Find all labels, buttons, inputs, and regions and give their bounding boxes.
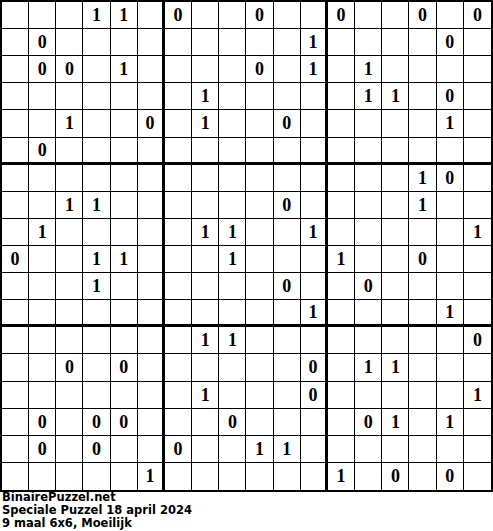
cell-r6c13-empty[interactable] [355, 165, 382, 192]
cell-r16c5-empty[interactable] [138, 436, 165, 463]
cell-r14c8-empty[interactable] [219, 382, 246, 409]
cell-r6c4-empty[interactable] [111, 165, 138, 192]
cell-r3c17-empty[interactable] [464, 83, 491, 110]
cell-r5c2-empty[interactable] [56, 138, 83, 165]
cell-r14c12-empty[interactable] [328, 382, 355, 409]
cell-r10c10-given: 0 [274, 273, 301, 300]
cell-r5c8-empty[interactable] [219, 138, 246, 165]
cell-r8c2-empty[interactable] [56, 219, 83, 246]
cell-r0c5-empty[interactable] [138, 2, 165, 29]
cell-r11c9-empty[interactable] [246, 300, 273, 327]
cell-r13c1-empty[interactable] [29, 354, 56, 381]
cell-r5c17-empty[interactable] [464, 138, 491, 165]
cell-r8c4-empty[interactable] [111, 219, 138, 246]
cell-r3c9-empty[interactable] [246, 83, 273, 110]
cell-r13c14-given: 1 [382, 354, 409, 381]
cell-r1c13-empty[interactable] [355, 29, 382, 56]
cell-r13c3-empty[interactable] [83, 354, 110, 381]
cell-r4c6-empty[interactable] [165, 110, 192, 137]
cell-r4c15-empty[interactable] [409, 110, 436, 137]
cell-r14c2-empty[interactable] [56, 382, 83, 409]
cell-r8c6-empty[interactable] [165, 219, 192, 246]
cell-r2c8-empty[interactable] [219, 56, 246, 83]
cell-r13c12-empty[interactable] [328, 354, 355, 381]
cell-r12c5-empty[interactable] [138, 327, 165, 354]
cell-r15c5-empty[interactable] [138, 409, 165, 436]
cell-r1c5-empty[interactable] [138, 29, 165, 56]
cell-r6c3-empty[interactable] [83, 165, 110, 192]
cell-r5c11-empty[interactable] [301, 138, 328, 165]
cell-r16c12-empty[interactable] [328, 436, 355, 463]
cell-r12c0-empty[interactable] [2, 327, 29, 354]
cell-r1c6-empty[interactable] [165, 29, 192, 56]
cell-r6c17-empty[interactable] [464, 165, 491, 192]
cell-r0c10-empty[interactable] [274, 2, 301, 29]
cell-r16c9-given: 1 [246, 436, 273, 463]
cell-r17c17-empty[interactable] [464, 463, 491, 490]
cell-r3c3-empty[interactable] [83, 83, 110, 110]
cell-r7c9-empty[interactable] [246, 192, 273, 219]
cell-r7c17-empty[interactable] [464, 192, 491, 219]
cell-r10c17-empty[interactable] [464, 273, 491, 300]
cell-r7c13-empty[interactable] [355, 192, 382, 219]
cell-r14c14-empty[interactable] [382, 382, 409, 409]
cell-r12c6-empty[interactable] [165, 327, 192, 354]
cell-r17c7-empty[interactable] [192, 463, 219, 490]
cell-r5c0-empty[interactable] [2, 138, 29, 165]
cell-r9c5-empty[interactable] [138, 246, 165, 273]
cell-r8c11-given: 1 [301, 219, 328, 246]
cell-r2c10-empty[interactable] [274, 56, 301, 83]
cell-r12c12-empty[interactable] [328, 327, 355, 354]
cell-r5c3-empty[interactable] [83, 138, 110, 165]
cell-r5c16-empty[interactable] [437, 138, 464, 165]
cell-r16c16-empty[interactable] [437, 436, 464, 463]
cell-r13c8-empty[interactable] [219, 354, 246, 381]
cell-r15c9-empty[interactable] [246, 409, 273, 436]
cell-r6c12-empty[interactable] [328, 165, 355, 192]
cell-r1c17-empty[interactable] [464, 29, 491, 56]
cell-r12c11-empty[interactable] [301, 327, 328, 354]
cell-r17c9-empty[interactable] [246, 463, 273, 490]
cell-r10c14-empty[interactable] [382, 273, 409, 300]
cell-r11c17-empty[interactable] [464, 300, 491, 327]
cell-r10c7-empty[interactable] [192, 273, 219, 300]
cell-r17c4-empty[interactable] [111, 463, 138, 490]
cell-r4c14-empty[interactable] [382, 110, 409, 137]
cell-r10c6-empty[interactable] [165, 273, 192, 300]
cell-r17c1-empty[interactable] [29, 463, 56, 490]
cell-r1c9-empty[interactable] [246, 29, 273, 56]
cell-r6c10-empty[interactable] [274, 165, 301, 192]
cell-r11c7-empty[interactable] [192, 300, 219, 327]
cell-r4c4-empty[interactable] [111, 110, 138, 137]
cell-r17c3-empty[interactable] [83, 463, 110, 490]
cell-r15c15-empty[interactable] [409, 409, 436, 436]
cell-r6c8-empty[interactable] [219, 165, 246, 192]
cell-r0c7-empty[interactable] [192, 2, 219, 29]
cell-r5c14-empty[interactable] [382, 138, 409, 165]
cell-r14c7-given: 1 [192, 382, 219, 409]
cell-r14c4-empty[interactable] [111, 382, 138, 409]
cell-r1c11-given: 1 [301, 29, 328, 56]
cell-r6c5-empty[interactable] [138, 165, 165, 192]
cell-r1c3-empty[interactable] [83, 29, 110, 56]
cell-r5c13-empty[interactable] [355, 138, 382, 165]
cell-r7c6-empty[interactable] [165, 192, 192, 219]
cell-r13c9-empty[interactable] [246, 354, 273, 381]
cell-r4c13-empty[interactable] [355, 110, 382, 137]
cell-r17c6-empty[interactable] [165, 463, 192, 490]
cell-r12c16-empty[interactable] [437, 327, 464, 354]
cell-r17c14-given: 0 [382, 463, 409, 490]
cell-r11c15-empty[interactable] [409, 300, 436, 327]
cell-r17c11-empty[interactable] [301, 463, 328, 490]
cell-r2c13-given: 1 [355, 56, 382, 83]
cell-r16c17-empty[interactable] [464, 436, 491, 463]
cell-r15c11-empty[interactable] [301, 409, 328, 436]
cell-r9c17-empty[interactable] [464, 246, 491, 273]
cell-r2c5-empty[interactable] [138, 56, 165, 83]
cell-r13c16-empty[interactable] [437, 354, 464, 381]
cell-r4c9-empty[interactable] [246, 110, 273, 137]
cell-r3c11-empty[interactable] [301, 83, 328, 110]
cell-r6c9-empty[interactable] [246, 165, 273, 192]
cell-r16c4-empty[interactable] [111, 436, 138, 463]
cell-r13c0-empty[interactable] [2, 354, 29, 381]
cell-r0c17-given: 0 [464, 2, 491, 29]
cell-r15c16-given: 1 [437, 409, 464, 436]
cell-r6c11-empty[interactable] [301, 165, 328, 192]
cell-r5c1-given: 0 [29, 138, 56, 165]
cell-r15c7-empty[interactable] [192, 409, 219, 436]
cell-r3c1-empty[interactable] [29, 83, 56, 110]
cell-r0c11-empty[interactable] [301, 2, 328, 29]
cell-r11c8-empty[interactable] [219, 300, 246, 327]
cell-r8c8-given: 1 [219, 219, 246, 246]
cell-r0c12-given: 0 [328, 2, 355, 29]
cell-r2c15-empty[interactable] [409, 56, 436, 83]
cell-r11c5-empty[interactable] [138, 300, 165, 327]
cell-r8c16-empty[interactable] [437, 219, 464, 246]
cell-r11c2-empty[interactable] [56, 300, 83, 327]
cell-r7c16-empty[interactable] [437, 192, 464, 219]
cell-r14c11-given: 0 [301, 382, 328, 409]
cell-r9c7-empty[interactable] [192, 246, 219, 273]
cell-r1c7-empty[interactable] [192, 29, 219, 56]
cell-r0c2-empty[interactable] [56, 2, 83, 29]
cell-r4c1-empty[interactable] [29, 110, 56, 137]
cell-r3c8-empty[interactable] [219, 83, 246, 110]
cell-r8c10-empty[interactable] [274, 219, 301, 246]
cell-r5c5-empty[interactable] [138, 138, 165, 165]
cell-r11c6-empty[interactable] [165, 300, 192, 327]
puzzle-board: 1100000010001011111010101010110111111011… [0, 0, 493, 492]
cell-r0c14-empty[interactable] [382, 2, 409, 29]
cell-r15c8-given: 0 [219, 409, 246, 436]
cell-r13c7-empty[interactable] [192, 354, 219, 381]
cell-r16c15-empty[interactable] [409, 436, 436, 463]
cell-r16c1-given: 0 [29, 436, 56, 463]
cell-r12c17-given: 0 [464, 327, 491, 354]
cell-r9c11-empty[interactable] [301, 246, 328, 273]
cell-r16c2-empty[interactable] [56, 436, 83, 463]
cell-r0c6-given: 0 [165, 2, 192, 29]
cell-r5c10-empty[interactable] [274, 138, 301, 165]
cell-r9c16-empty[interactable] [437, 246, 464, 273]
cell-r3c5-empty[interactable] [138, 83, 165, 110]
cell-r15c0-empty[interactable] [2, 409, 29, 436]
cell-r1c0-empty[interactable] [2, 29, 29, 56]
cell-r6c6-empty[interactable] [165, 165, 192, 192]
cell-r6c1-empty[interactable] [29, 165, 56, 192]
cell-r13c6-empty[interactable] [165, 354, 192, 381]
cell-r5c9-empty[interactable] [246, 138, 273, 165]
cell-r1c1-given: 0 [29, 29, 56, 56]
cell-r10c5-empty[interactable] [138, 273, 165, 300]
cell-r14c6-empty[interactable] [165, 382, 192, 409]
cell-r0c1-empty[interactable] [29, 2, 56, 29]
cell-r2c7-empty[interactable] [192, 56, 219, 83]
cell-r10c16-empty[interactable] [437, 273, 464, 300]
cell-r3c7-given: 1 [192, 83, 219, 110]
cell-r10c0-empty[interactable] [2, 273, 29, 300]
cell-r13c15-empty[interactable] [409, 354, 436, 381]
cell-r16c13-empty[interactable] [355, 436, 382, 463]
cell-r2c0-empty[interactable] [2, 56, 29, 83]
cell-r16c10-given: 1 [274, 436, 301, 463]
puzzle-page: 1100000010001011111010101010110111111011… [0, 0, 493, 531]
cell-r17c0-empty[interactable] [2, 463, 29, 490]
cell-r17c8-empty[interactable] [219, 463, 246, 490]
cell-r4c7-given: 1 [192, 110, 219, 137]
cell-r10c4-empty[interactable] [111, 273, 138, 300]
cell-r3c15-empty[interactable] [409, 83, 436, 110]
cell-r2c3-empty[interactable] [83, 56, 110, 83]
cell-r13c10-empty[interactable] [274, 354, 301, 381]
cell-r15c1-given: 0 [29, 409, 56, 436]
cell-r10c13-given: 0 [355, 273, 382, 300]
cell-r12c3-empty[interactable] [83, 327, 110, 354]
cell-r8c7-given: 1 [192, 219, 219, 246]
cell-r1c10-empty[interactable] [274, 29, 301, 56]
cell-r2c12-empty[interactable] [328, 56, 355, 83]
cell-r12c13-empty[interactable] [355, 327, 382, 354]
cell-r16c6-given: 0 [165, 436, 192, 463]
cell-r12c15-empty[interactable] [409, 327, 436, 354]
cell-r10c9-empty[interactable] [246, 273, 273, 300]
cell-r16c14-empty[interactable] [382, 436, 409, 463]
cell-r3c2-empty[interactable] [56, 83, 83, 110]
cell-r2c14-empty[interactable] [382, 56, 409, 83]
cell-r17c16-given: 0 [437, 463, 464, 490]
cell-r10c12-empty[interactable] [328, 273, 355, 300]
cell-r3c4-empty[interactable] [111, 83, 138, 110]
cell-r14c5-empty[interactable] [138, 382, 165, 409]
cell-r7c10-given: 0 [274, 192, 301, 219]
cell-r14c3-empty[interactable] [83, 382, 110, 409]
cell-r1c14-empty[interactable] [382, 29, 409, 56]
cell-r11c0-empty[interactable] [2, 300, 29, 327]
cell-r8c15-empty[interactable] [409, 219, 436, 246]
cell-r12c2-empty[interactable] [56, 327, 83, 354]
cell-r10c1-empty[interactable] [29, 273, 56, 300]
cell-r14c15-empty[interactable] [409, 382, 436, 409]
cell-r11c14-empty[interactable] [382, 300, 409, 327]
cell-r15c14-given: 1 [382, 409, 409, 436]
cell-r3c0-empty[interactable] [2, 83, 29, 110]
cell-r5c15-empty[interactable] [409, 138, 436, 165]
cell-r8c13-empty[interactable] [355, 219, 382, 246]
cell-r2c11-given: 1 [301, 56, 328, 83]
cell-r0c13-empty[interactable] [355, 2, 382, 29]
cell-r14c9-empty[interactable] [246, 382, 273, 409]
cell-r8c1-given: 1 [29, 219, 56, 246]
cell-r7c1-empty[interactable] [29, 192, 56, 219]
cell-r11c13-empty[interactable] [355, 300, 382, 327]
cell-r13c13-given: 1 [355, 354, 382, 381]
cell-r1c4-empty[interactable] [111, 29, 138, 56]
cell-r5c4-empty[interactable] [111, 138, 138, 165]
cell-r15c10-empty[interactable] [274, 409, 301, 436]
cell-r17c15-empty[interactable] [409, 463, 436, 490]
cell-r2c16-empty[interactable] [437, 56, 464, 83]
cell-r2c6-empty[interactable] [165, 56, 192, 83]
cell-r15c2-empty[interactable] [56, 409, 83, 436]
cell-r13c17-empty[interactable] [464, 354, 491, 381]
cell-r8c12-empty[interactable] [328, 219, 355, 246]
cell-r9c14-empty[interactable] [382, 246, 409, 273]
cell-r1c2-empty[interactable] [56, 29, 83, 56]
cell-r7c11-empty[interactable] [301, 192, 328, 219]
cell-r15c17-empty[interactable] [464, 409, 491, 436]
cell-r7c7-empty[interactable] [192, 192, 219, 219]
cell-r9c1-empty[interactable] [29, 246, 56, 273]
cell-r4c8-empty[interactable] [219, 110, 246, 137]
cell-r12c9-empty[interactable] [246, 327, 273, 354]
cell-r12c10-empty[interactable] [274, 327, 301, 354]
cell-r11c4-empty[interactable] [111, 300, 138, 327]
cell-r16c3-given: 0 [83, 436, 110, 463]
cell-r9c10-empty[interactable] [274, 246, 301, 273]
cell-r2c17-empty[interactable] [464, 56, 491, 83]
cell-r6c16-given: 0 [437, 165, 464, 192]
cell-r17c13-empty[interactable] [355, 463, 382, 490]
cell-r10c3-given: 1 [83, 273, 110, 300]
cell-r0c15-given: 0 [409, 2, 436, 29]
cell-r11c16-given: 1 [437, 300, 464, 327]
cell-r11c3-empty[interactable] [83, 300, 110, 327]
cell-r9c13-empty[interactable] [355, 246, 382, 273]
cell-r9c4-given: 1 [111, 246, 138, 273]
cell-r2c2-given: 0 [56, 56, 83, 83]
cell-r4c12-empty[interactable] [328, 110, 355, 137]
cell-r3c12-empty[interactable] [328, 83, 355, 110]
cell-r4c17-empty[interactable] [464, 110, 491, 137]
cell-r0c0-empty[interactable] [2, 2, 29, 29]
cell-r13c2-given: 0 [56, 354, 83, 381]
cell-r16c8-empty[interactable] [219, 436, 246, 463]
cell-r6c0-empty[interactable] [2, 165, 29, 192]
cell-r4c2-given: 1 [56, 110, 83, 137]
cell-r10c11-empty[interactable] [301, 273, 328, 300]
cell-r13c11-given: 0 [301, 354, 328, 381]
cell-r2c4-given: 1 [111, 56, 138, 83]
cell-r14c10-empty[interactable] [274, 382, 301, 409]
cell-r11c1-empty[interactable] [29, 300, 56, 327]
cell-r7c0-empty[interactable] [2, 192, 29, 219]
cell-r1c15-empty[interactable] [409, 29, 436, 56]
cell-r5c7-empty[interactable] [192, 138, 219, 165]
cell-r0c16-empty[interactable] [437, 2, 464, 29]
cell-r7c14-empty[interactable] [382, 192, 409, 219]
cell-r5c6-empty[interactable] [165, 138, 192, 165]
cell-r4c0-empty[interactable] [2, 110, 29, 137]
cell-r9c6-empty[interactable] [165, 246, 192, 273]
cell-r12c4-empty[interactable] [111, 327, 138, 354]
cell-r10c2-empty[interactable] [56, 273, 83, 300]
cell-r8c5-empty[interactable] [138, 219, 165, 246]
cell-r0c8-empty[interactable] [219, 2, 246, 29]
cell-r16c7-empty[interactable] [192, 436, 219, 463]
cell-r8c0-empty[interactable] [2, 219, 29, 246]
cell-r0c9-given: 0 [246, 2, 273, 29]
cell-r8c14-empty[interactable] [382, 219, 409, 246]
cell-r6c2-empty[interactable] [56, 165, 83, 192]
cell-r4c3-empty[interactable] [83, 110, 110, 137]
cell-r15c12-empty[interactable] [328, 409, 355, 436]
cell-r11c10-empty[interactable] [274, 300, 301, 327]
cell-r7c15-given: 1 [409, 192, 436, 219]
cell-r9c3-given: 1 [83, 246, 110, 273]
cell-r16c0-empty[interactable] [2, 436, 29, 463]
cell-r11c12-empty[interactable] [328, 300, 355, 327]
cell-r9c2-empty[interactable] [56, 246, 83, 273]
cell-r7c5-empty[interactable] [138, 192, 165, 219]
cell-r17c2-empty[interactable] [56, 463, 83, 490]
cell-r16c11-empty[interactable] [301, 436, 328, 463]
cell-r7c12-empty[interactable] [328, 192, 355, 219]
cell-r8c17-given: 1 [464, 219, 491, 246]
cell-r9c15-given: 0 [409, 246, 436, 273]
cell-r6c14-empty[interactable] [382, 165, 409, 192]
cell-r7c4-empty[interactable] [111, 192, 138, 219]
cell-r4c11-empty[interactable] [301, 110, 328, 137]
cell-r8c9-empty[interactable] [246, 219, 273, 246]
cell-r17c10-empty[interactable] [274, 463, 301, 490]
cell-r8c3-empty[interactable] [83, 219, 110, 246]
cell-r1c8-empty[interactable] [219, 29, 246, 56]
cell-r15c6-empty[interactable] [165, 409, 192, 436]
cell-r10c15-empty[interactable] [409, 273, 436, 300]
cell-r1c12-empty[interactable] [328, 29, 355, 56]
cell-r3c6-empty[interactable] [165, 83, 192, 110]
cell-r7c8-empty[interactable] [219, 192, 246, 219]
cell-r14c16-empty[interactable] [437, 382, 464, 409]
cell-r9c9-empty[interactable] [246, 246, 273, 273]
cell-r14c13-empty[interactable] [355, 382, 382, 409]
cell-r3c10-empty[interactable] [274, 83, 301, 110]
cell-r5c12-empty[interactable] [328, 138, 355, 165]
cell-r17c5-given: 1 [138, 463, 165, 490]
cell-r10c8-empty[interactable] [219, 273, 246, 300]
cell-r14c0-empty[interactable] [2, 382, 29, 409]
cell-r13c5-empty[interactable] [138, 354, 165, 381]
cell-r6c7-empty[interactable] [192, 165, 219, 192]
cell-r14c1-empty[interactable] [29, 382, 56, 409]
cell-r12c14-empty[interactable] [382, 327, 409, 354]
cell-r12c1-empty[interactable] [29, 327, 56, 354]
